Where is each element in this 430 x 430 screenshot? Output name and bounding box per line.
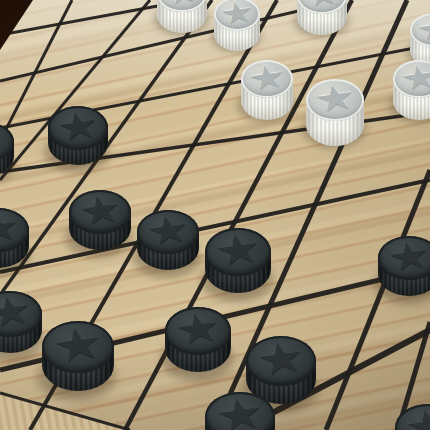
- piece-top-face: ★: [395, 404, 430, 430]
- piece-top-face: ★: [165, 307, 231, 355]
- checker-piece-white[interactable]: ★: [241, 60, 293, 120]
- star-emblem: ★: [48, 316, 109, 373]
- checker-piece-black[interactable]: ★: [0, 208, 29, 268]
- star-emblem: ★: [414, 10, 430, 48]
- checker-piece-black[interactable]: ★: [137, 210, 199, 270]
- checker-piece-white[interactable]: ★: [157, 0, 207, 33]
- star-emblem: ★: [210, 224, 265, 276]
- checker-piece-black[interactable]: ★: [205, 392, 275, 430]
- checker-piece-black[interactable]: ★: [165, 307, 231, 372]
- checker-piece-black[interactable]: ★: [42, 321, 114, 391]
- piece-top-face: ★: [137, 210, 199, 254]
- star-emblem: ★: [383, 231, 430, 280]
- checker-piece-black[interactable]: ★: [395, 404, 430, 430]
- piece-top-face: ★: [205, 228, 271, 276]
- star-emblem: ★: [211, 387, 270, 430]
- checker-piece-black[interactable]: ★: [0, 291, 42, 353]
- star-emblem: ★: [52, 102, 103, 150]
- checker-piece-white[interactable]: ★: [214, 0, 260, 51]
- piece-top-face: ★: [42, 321, 114, 373]
- piece-top-face: ★: [205, 392, 275, 430]
- piece-top-face: ★: [48, 106, 108, 150]
- checker-piece-black[interactable]: ★: [0, 122, 14, 176]
- checker-piece-black[interactable]: ★: [69, 190, 131, 250]
- star-emblem: ★: [218, 0, 257, 30]
- checker-piece-black[interactable]: ★: [378, 236, 430, 296]
- star-emblem: ★: [397, 57, 430, 97]
- piece-top-face: ★: [241, 60, 293, 98]
- checker-piece-white[interactable]: ★: [393, 60, 430, 120]
- star-emblem: ★: [142, 205, 194, 254]
- piece-top-face: ★: [246, 336, 316, 386]
- checker-piece-black[interactable]: ★: [205, 228, 271, 293]
- piece-top-face: ★: [69, 190, 131, 234]
- piece-top-face: ★: [306, 79, 364, 121]
- star-emblem: ★: [0, 286, 37, 337]
- star-emblem: ★: [0, 203, 24, 252]
- star-emblem: ★: [245, 57, 288, 97]
- star-emblem: ★: [252, 331, 311, 386]
- dama-board-screenshot: ★★★★★★★★★★★★★★★★★★★★: [0, 0, 430, 430]
- checker-piece-black[interactable]: ★: [48, 106, 108, 165]
- checker-piece-white[interactable]: ★: [410, 13, 430, 67]
- checker-piece-white[interactable]: ★: [306, 79, 364, 146]
- star-emblem: ★: [74, 185, 126, 234]
- star-emblem: ★: [400, 400, 430, 430]
- star-emblem: ★: [170, 303, 225, 355]
- star-emblem: ★: [311, 75, 360, 121]
- checker-piece-white[interactable]: ★: [297, 0, 347, 35]
